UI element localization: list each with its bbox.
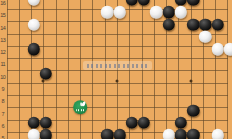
stone-black[interactable] — [187, 129, 199, 139]
stone-white[interactable] — [101, 6, 113, 18]
stone-black[interactable] — [40, 117, 52, 129]
grid-line-horizontal — [7, 95, 229, 96]
stone-black[interactable] — [162, 6, 174, 18]
stone-black[interactable] — [187, 18, 199, 30]
row-label: 13 — [0, 37, 6, 43]
row-label: 16 — [0, 0, 6, 6]
stone-white[interactable] — [27, 0, 39, 6]
stone-black[interactable] — [40, 129, 52, 139]
stone-black[interactable] — [211, 18, 223, 30]
stone-black[interactable] — [27, 117, 39, 129]
row-label: 5 — [0, 135, 6, 139]
grid-line-horizontal — [7, 83, 229, 84]
marker-caption-illegible — [76, 109, 85, 111]
row-label: 9 — [0, 86, 6, 92]
stone-white[interactable] — [113, 6, 125, 18]
hoshi-point — [42, 80, 45, 83]
stone-white[interactable] — [162, 129, 174, 139]
stone-black[interactable] — [101, 129, 113, 139]
stone-black[interactable] — [187, 105, 199, 117]
stone-black[interactable] — [113, 129, 125, 139]
row-label: 10 — [0, 74, 6, 80]
hoshi-point — [116, 80, 119, 83]
watermark-illegible-text — [87, 64, 148, 68]
row-label: 12 — [0, 49, 6, 55]
row-label: 11 — [0, 61, 6, 67]
row-label: 6 — [0, 123, 6, 129]
stone-black[interactable] — [138, 117, 150, 129]
stone-black[interactable] — [187, 0, 199, 6]
hoshi-point — [189, 80, 192, 83]
grid-line-horizontal — [7, 46, 229, 47]
stone-white[interactable] — [211, 129, 223, 139]
stone-black[interactable] — [27, 43, 39, 55]
stone-white[interactable] — [27, 129, 39, 139]
stone-black[interactable] — [126, 117, 138, 129]
stone-black[interactable] — [138, 0, 150, 6]
stone-white[interactable] — [175, 6, 187, 18]
row-label: 15 — [0, 12, 6, 18]
leaf-icon — [80, 102, 83, 106]
stone-white[interactable] — [224, 43, 232, 55]
go-app-screenshot: 1615141312111098765 — [0, 0, 232, 139]
row-label: 14 — [0, 25, 6, 31]
stone-white[interactable] — [199, 31, 211, 43]
stone-black[interactable] — [175, 129, 187, 139]
stone-black[interactable] — [126, 0, 138, 6]
stone-black[interactable] — [162, 18, 174, 30]
stone-black[interactable] — [40, 68, 52, 80]
row-label: 8 — [0, 98, 6, 104]
grid-line-horizontal — [7, 58, 229, 59]
stone-black[interactable] — [175, 117, 187, 129]
watermark — [83, 61, 152, 70]
stone-white[interactable] — [150, 6, 162, 18]
stone-white[interactable] — [211, 43, 223, 55]
grid-line-horizontal — [7, 34, 229, 35]
row-label: 7 — [0, 111, 6, 117]
stone-white[interactable] — [27, 18, 39, 30]
stone-black[interactable] — [199, 18, 211, 30]
green-move-marker[interactable] — [73, 101, 87, 115]
